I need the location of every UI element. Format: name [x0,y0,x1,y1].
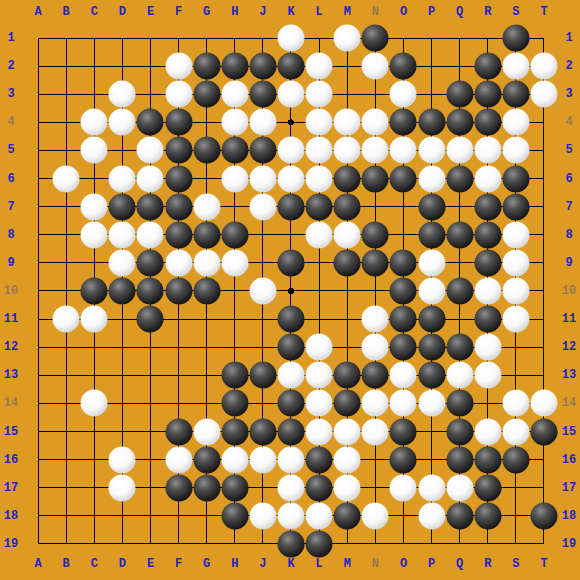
intersection-P6[interactable] [417,165,445,193]
intersection-A10[interactable] [24,277,52,305]
intersection-M18[interactable] [333,502,361,530]
intersection-H16[interactable] [221,446,249,474]
intersection-G3[interactable] [193,80,221,108]
intersection-B16[interactable] [52,446,80,474]
intersection-O17[interactable] [389,474,417,502]
intersection-T9[interactable] [530,249,558,277]
intersection-C17[interactable] [80,474,108,502]
intersection-T6[interactable] [530,165,558,193]
intersection-H19[interactable] [221,530,249,558]
intersection-F18[interactable] [165,502,193,530]
intersection-O13[interactable] [389,361,417,389]
intersection-H2[interactable] [221,52,249,80]
intersection-D2[interactable] [108,52,136,80]
intersection-R18[interactable] [474,502,502,530]
intersection-J1[interactable] [249,24,277,52]
intersection-S16[interactable] [502,446,530,474]
intersection-F17[interactable] [165,474,193,502]
intersection-J9[interactable] [249,249,277,277]
intersection-S15[interactable] [502,417,530,445]
intersection-H18[interactable] [221,502,249,530]
intersection-M13[interactable] [333,361,361,389]
intersection-G12[interactable] [193,333,221,361]
intersection-P5[interactable] [417,136,445,164]
intersection-H13[interactable] [221,361,249,389]
intersection-O15[interactable] [389,417,417,445]
intersection-S7[interactable] [502,193,530,221]
intersection-K2[interactable] [277,52,305,80]
intersection-K15[interactable] [277,417,305,445]
intersection-B4[interactable] [52,108,80,136]
intersection-Q8[interactable] [446,221,474,249]
intersection-P12[interactable] [417,333,445,361]
intersection-B19[interactable] [52,530,80,558]
intersection-J3[interactable] [249,80,277,108]
intersection-E6[interactable] [136,165,164,193]
intersection-R3[interactable] [474,80,502,108]
intersection-T4[interactable] [530,108,558,136]
intersection-K16[interactable] [277,446,305,474]
intersection-E12[interactable] [136,333,164,361]
intersection-C9[interactable] [80,249,108,277]
intersection-M10[interactable] [333,277,361,305]
intersection-S17[interactable] [502,474,530,502]
intersection-A2[interactable] [24,52,52,80]
intersection-L19[interactable] [305,530,333,558]
intersection-D4[interactable] [108,108,136,136]
intersection-Q16[interactable] [446,446,474,474]
intersection-N15[interactable] [361,417,389,445]
intersection-A16[interactable] [24,446,52,474]
intersection-K14[interactable] [277,389,305,417]
intersection-N18[interactable] [361,502,389,530]
intersection-A3[interactable] [24,80,52,108]
intersection-N1[interactable] [361,24,389,52]
intersection-F9[interactable] [165,249,193,277]
intersection-N8[interactable] [361,221,389,249]
intersection-H12[interactable] [221,333,249,361]
intersection-G18[interactable] [193,502,221,530]
intersection-T14[interactable] [530,389,558,417]
intersection-K11[interactable] [277,305,305,333]
intersection-L16[interactable] [305,446,333,474]
intersection-D18[interactable] [108,502,136,530]
intersection-H3[interactable] [221,80,249,108]
intersection-A15[interactable] [24,417,52,445]
intersection-O14[interactable] [389,389,417,417]
intersection-S3[interactable] [502,80,530,108]
intersection-M16[interactable] [333,446,361,474]
intersection-S8[interactable] [502,221,530,249]
intersection-F16[interactable] [165,446,193,474]
intersection-M6[interactable] [333,165,361,193]
intersection-R9[interactable] [474,249,502,277]
intersection-N12[interactable] [361,333,389,361]
intersection-B2[interactable] [52,52,80,80]
intersection-T13[interactable] [530,361,558,389]
intersection-E1[interactable] [136,24,164,52]
intersection-H6[interactable] [221,165,249,193]
intersection-F13[interactable] [165,361,193,389]
intersection-A13[interactable] [24,361,52,389]
intersection-D13[interactable] [108,361,136,389]
intersection-A11[interactable] [24,305,52,333]
intersection-G13[interactable] [193,361,221,389]
intersection-T8[interactable] [530,221,558,249]
intersection-A6[interactable] [24,165,52,193]
intersection-H10[interactable] [221,277,249,305]
intersection-L5[interactable] [305,136,333,164]
intersection-A18[interactable] [24,502,52,530]
intersection-T10[interactable] [530,277,558,305]
intersection-Q19[interactable] [446,530,474,558]
intersection-A5[interactable] [24,136,52,164]
intersection-S9[interactable] [502,249,530,277]
intersection-R2[interactable] [474,52,502,80]
intersection-L8[interactable] [305,221,333,249]
intersection-L7[interactable] [305,193,333,221]
intersection-K8[interactable] [277,221,305,249]
intersection-Q14[interactable] [446,389,474,417]
intersection-C2[interactable] [80,52,108,80]
intersection-S4[interactable] [502,108,530,136]
intersection-F10[interactable] [165,277,193,305]
intersection-R10[interactable] [474,277,502,305]
intersection-J8[interactable] [249,221,277,249]
intersection-C11[interactable] [80,305,108,333]
intersection-M12[interactable] [333,333,361,361]
intersection-H4[interactable] [221,108,249,136]
intersection-K3[interactable] [277,80,305,108]
intersection-F11[interactable] [165,305,193,333]
intersection-E18[interactable] [136,502,164,530]
intersection-O16[interactable] [389,446,417,474]
intersection-C13[interactable] [80,361,108,389]
intersection-K7[interactable] [277,193,305,221]
intersection-E16[interactable] [136,446,164,474]
intersection-H17[interactable] [221,474,249,502]
intersection-S18[interactable] [502,502,530,530]
intersection-O2[interactable] [389,52,417,80]
intersection-F6[interactable] [165,165,193,193]
intersection-G17[interactable] [193,474,221,502]
intersection-S1[interactable] [502,24,530,52]
intersection-O19[interactable] [389,530,417,558]
intersection-C16[interactable] [80,446,108,474]
intersection-G15[interactable] [193,417,221,445]
intersection-G14[interactable] [193,389,221,417]
intersection-O10[interactable] [389,277,417,305]
intersection-B5[interactable] [52,136,80,164]
intersection-B6[interactable] [52,165,80,193]
intersection-H11[interactable] [221,305,249,333]
intersection-B7[interactable] [52,193,80,221]
intersection-G2[interactable] [193,52,221,80]
intersection-N16[interactable] [361,446,389,474]
intersection-E13[interactable] [136,361,164,389]
intersection-F15[interactable] [165,417,193,445]
intersection-R7[interactable] [474,193,502,221]
intersection-P10[interactable] [417,277,445,305]
intersection-L12[interactable] [305,333,333,361]
intersection-T11[interactable] [530,305,558,333]
intersection-T16[interactable] [530,446,558,474]
intersection-T19[interactable] [530,530,558,558]
intersection-Q13[interactable] [446,361,474,389]
intersection-L13[interactable] [305,361,333,389]
intersection-N17[interactable] [361,474,389,502]
intersection-P1[interactable] [417,24,445,52]
intersection-E5[interactable] [136,136,164,164]
intersection-F7[interactable] [165,193,193,221]
intersection-E3[interactable] [136,80,164,108]
intersection-Q17[interactable] [446,474,474,502]
intersection-J17[interactable] [249,474,277,502]
intersection-P4[interactable] [417,108,445,136]
intersection-T2[interactable] [530,52,558,80]
intersection-D17[interactable] [108,474,136,502]
intersection-L9[interactable] [305,249,333,277]
intersection-O18[interactable] [389,502,417,530]
intersection-T12[interactable] [530,333,558,361]
intersection-M19[interactable] [333,530,361,558]
intersection-Q6[interactable] [446,165,474,193]
intersection-L4[interactable] [305,108,333,136]
intersection-B9[interactable] [52,249,80,277]
intersection-N5[interactable] [361,136,389,164]
intersection-G8[interactable] [193,221,221,249]
intersection-M17[interactable] [333,474,361,502]
intersection-E10[interactable] [136,277,164,305]
intersection-R17[interactable] [474,474,502,502]
intersection-J10[interactable] [249,277,277,305]
intersection-P9[interactable] [417,249,445,277]
intersection-R6[interactable] [474,165,502,193]
intersection-B14[interactable] [52,389,80,417]
intersection-A17[interactable] [24,474,52,502]
intersection-Q4[interactable] [446,108,474,136]
intersection-P3[interactable] [417,80,445,108]
intersection-K10[interactable] [277,277,305,305]
intersection-C3[interactable] [80,80,108,108]
intersection-B11[interactable] [52,305,80,333]
intersection-L6[interactable] [305,165,333,193]
intersection-L18[interactable] [305,502,333,530]
intersection-Q15[interactable] [446,417,474,445]
intersection-E2[interactable] [136,52,164,80]
intersection-T1[interactable] [530,24,558,52]
intersection-T15[interactable] [530,417,558,445]
intersection-G19[interactable] [193,530,221,558]
intersection-L14[interactable] [305,389,333,417]
intersection-R4[interactable] [474,108,502,136]
intersection-G9[interactable] [193,249,221,277]
intersection-O6[interactable] [389,165,417,193]
intersection-H1[interactable] [221,24,249,52]
intersection-N10[interactable] [361,277,389,305]
intersection-F5[interactable] [165,136,193,164]
intersection-M1[interactable] [333,24,361,52]
intersection-S14[interactable] [502,389,530,417]
intersection-N6[interactable] [361,165,389,193]
intersection-P15[interactable] [417,417,445,445]
intersection-S2[interactable] [502,52,530,80]
intersection-G10[interactable] [193,277,221,305]
intersection-M15[interactable] [333,417,361,445]
intersection-P2[interactable] [417,52,445,80]
intersection-R19[interactable] [474,530,502,558]
intersection-F8[interactable] [165,221,193,249]
intersection-G6[interactable] [193,165,221,193]
intersection-D6[interactable] [108,165,136,193]
intersection-R5[interactable] [474,136,502,164]
intersection-R11[interactable] [474,305,502,333]
intersection-O12[interactable] [389,333,417,361]
intersection-E14[interactable] [136,389,164,417]
intersection-O11[interactable] [389,305,417,333]
intersection-M14[interactable] [333,389,361,417]
intersection-G11[interactable] [193,305,221,333]
intersection-J4[interactable] [249,108,277,136]
intersection-J2[interactable] [249,52,277,80]
intersection-N9[interactable] [361,249,389,277]
intersection-M4[interactable] [333,108,361,136]
intersection-N2[interactable] [361,52,389,80]
intersection-D15[interactable] [108,417,136,445]
intersection-Q1[interactable] [446,24,474,52]
intersection-F12[interactable] [165,333,193,361]
intersection-A1[interactable] [24,24,52,52]
intersection-H15[interactable] [221,417,249,445]
intersection-Q5[interactable] [446,136,474,164]
intersection-O9[interactable] [389,249,417,277]
intersection-D10[interactable] [108,277,136,305]
intersection-O7[interactable] [389,193,417,221]
intersection-G1[interactable] [193,24,221,52]
intersection-H7[interactable] [221,193,249,221]
intersection-Q2[interactable] [446,52,474,80]
intersection-E17[interactable] [136,474,164,502]
intersection-C19[interactable] [80,530,108,558]
intersection-S10[interactable] [502,277,530,305]
intersection-P14[interactable] [417,389,445,417]
intersection-J16[interactable] [249,446,277,474]
intersection-F14[interactable] [165,389,193,417]
intersection-M8[interactable] [333,221,361,249]
intersection-S19[interactable] [502,530,530,558]
intersection-N7[interactable] [361,193,389,221]
intersection-J7[interactable] [249,193,277,221]
intersection-K19[interactable] [277,530,305,558]
intersection-J13[interactable] [249,361,277,389]
intersection-S6[interactable] [502,165,530,193]
intersection-C7[interactable] [80,193,108,221]
intersection-C14[interactable] [80,389,108,417]
intersection-S12[interactable] [502,333,530,361]
intersection-H5[interactable] [221,136,249,164]
intersection-K9[interactable] [277,249,305,277]
intersection-S11[interactable] [502,305,530,333]
intersection-F2[interactable] [165,52,193,80]
intersection-C6[interactable] [80,165,108,193]
intersection-P13[interactable] [417,361,445,389]
intersection-Q12[interactable] [446,333,474,361]
intersection-B13[interactable] [52,361,80,389]
intersection-K1[interactable] [277,24,305,52]
intersection-L17[interactable] [305,474,333,502]
intersection-B17[interactable] [52,474,80,502]
intersection-A9[interactable] [24,249,52,277]
intersection-D7[interactable] [108,193,136,221]
intersection-E7[interactable] [136,193,164,221]
intersection-A19[interactable] [24,530,52,558]
intersection-S13[interactable] [502,361,530,389]
intersection-D16[interactable] [108,446,136,474]
intersection-E15[interactable] [136,417,164,445]
intersection-P18[interactable] [417,502,445,530]
intersection-D12[interactable] [108,333,136,361]
intersection-L10[interactable] [305,277,333,305]
intersection-C5[interactable] [80,136,108,164]
intersection-Q9[interactable] [446,249,474,277]
intersection-A4[interactable] [24,108,52,136]
intersection-G5[interactable] [193,136,221,164]
intersection-H8[interactable] [221,221,249,249]
intersection-P19[interactable] [417,530,445,558]
intersection-Q10[interactable] [446,277,474,305]
intersection-R15[interactable] [474,417,502,445]
intersection-R13[interactable] [474,361,502,389]
intersection-D5[interactable] [108,136,136,164]
intersection-Q7[interactable] [446,193,474,221]
intersection-D8[interactable] [108,221,136,249]
intersection-B1[interactable] [52,24,80,52]
intersection-L15[interactable] [305,417,333,445]
intersection-B12[interactable] [52,333,80,361]
intersection-T5[interactable] [530,136,558,164]
intersection-B10[interactable] [52,277,80,305]
intersection-N11[interactable] [361,305,389,333]
intersection-G16[interactable] [193,446,221,474]
intersection-B18[interactable] [52,502,80,530]
intersection-F3[interactable] [165,80,193,108]
intersection-O8[interactable] [389,221,417,249]
intersection-M7[interactable] [333,193,361,221]
intersection-A8[interactable] [24,221,52,249]
intersection-M5[interactable] [333,136,361,164]
intersection-C15[interactable] [80,417,108,445]
intersection-J5[interactable] [249,136,277,164]
intersection-J6[interactable] [249,165,277,193]
intersection-R8[interactable] [474,221,502,249]
intersection-E4[interactable] [136,108,164,136]
intersection-K18[interactable] [277,502,305,530]
intersection-D1[interactable] [108,24,136,52]
intersection-F4[interactable] [165,108,193,136]
intersection-O3[interactable] [389,80,417,108]
intersection-A14[interactable] [24,389,52,417]
intersection-N4[interactable] [361,108,389,136]
intersection-T7[interactable] [530,193,558,221]
intersection-C10[interactable] [80,277,108,305]
intersection-C18[interactable] [80,502,108,530]
intersection-H14[interactable] [221,389,249,417]
intersection-G7[interactable] [193,193,221,221]
intersection-M2[interactable] [333,52,361,80]
intersection-M9[interactable] [333,249,361,277]
intersection-E8[interactable] [136,221,164,249]
intersection-B8[interactable] [52,221,80,249]
